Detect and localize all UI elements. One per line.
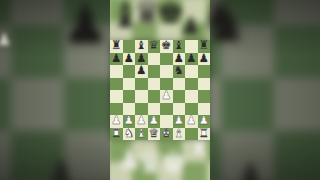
square-b6[interactable] — [123, 65, 136, 78]
square-h6[interactable] — [198, 65, 211, 78]
square-h1[interactable]: ♜ — [198, 128, 211, 141]
piece-e1-white-king: ♚ — [161, 127, 171, 139]
square-d8[interactable]: ♛ — [148, 40, 161, 53]
square-g4[interactable] — [185, 90, 198, 103]
square-b5[interactable] — [123, 78, 136, 91]
square-e3[interactable] — [160, 103, 173, 116]
square-b4[interactable] — [123, 90, 136, 103]
square-f4[interactable] — [173, 90, 186, 103]
piece-d1-white-queen: ♛ — [149, 127, 159, 139]
square-g1[interactable] — [185, 128, 198, 141]
square-c5[interactable] — [135, 78, 148, 91]
piece-a1-white-rook: ♜ — [111, 127, 121, 139]
square-e7[interactable] — [160, 53, 173, 66]
blurred-background-right — [210, 0, 320, 180]
blurred-checkerboard — [0, 0, 110, 180]
square-b7[interactable]: ♟ — [123, 53, 136, 66]
square-g5[interactable] — [185, 78, 198, 91]
piece-h7-black-pawn: ♟ — [199, 52, 209, 64]
piece-b1-white-knight: ♞ — [124, 127, 134, 139]
square-e1[interactable]: ♚ — [160, 128, 173, 141]
square-h5[interactable] — [198, 78, 211, 91]
square-c4[interactable] — [135, 90, 148, 103]
piece-b7-black-pawn: ♟ — [124, 52, 134, 64]
piece-g7-black-pawn: ♟ — [186, 52, 196, 64]
shorts-video-frame[interactable]: ♟♟♟♞♟♝♛♚♟♟♛♚♜ ♜♝♛♚♝♜♟♟♟♟♟♟♟♞♟♟♟♟♟♟♟♟♜♞♝♛… — [0, 0, 320, 180]
square-d6[interactable] — [148, 65, 161, 78]
square-g7[interactable]: ♟ — [185, 53, 198, 66]
chess-board: ♜♝♛♚♝♜♟♟♟♟♟♟♟♞♟♟♟♟♟♟♟♟♜♞♝♛♚♝♜ — [110, 40, 210, 140]
piece-c1-white-bishop: ♝ — [136, 127, 146, 139]
blurred-board-top — [110, 0, 210, 40]
square-h4[interactable] — [198, 90, 211, 103]
blurred-board-bottom — [110, 140, 210, 180]
piece-f6-black-knight: ♞ — [174, 65, 184, 77]
square-a1[interactable]: ♜ — [110, 128, 123, 141]
square-c1[interactable]: ♝ — [135, 128, 148, 141]
square-d1[interactable]: ♛ — [148, 128, 161, 141]
square-e4[interactable]: ♟ — [160, 90, 173, 103]
square-a4[interactable] — [110, 90, 123, 103]
square-b1[interactable]: ♞ — [123, 128, 136, 141]
piece-h1-white-rook: ♜ — [199, 127, 209, 139]
square-f1[interactable]: ♝ — [173, 128, 186, 141]
square-c6[interactable]: ♟ — [135, 65, 148, 78]
square-d4[interactable] — [148, 90, 161, 103]
square-g6[interactable] — [185, 65, 198, 78]
piece-e4-white-pawn: ♟ — [161, 90, 171, 102]
blurred-checkerboard — [210, 0, 320, 180]
square-a6[interactable] — [110, 65, 123, 78]
square-a5[interactable] — [110, 78, 123, 91]
square-e6[interactable] — [160, 65, 173, 78]
piece-a7-black-pawn: ♟ — [111, 52, 121, 64]
piece-e8-black-king: ♚ — [161, 40, 171, 52]
square-a7[interactable]: ♟ — [110, 53, 123, 66]
square-f5[interactable] — [173, 78, 186, 91]
piece-f1-white-bishop: ♝ — [174, 127, 184, 139]
square-g2[interactable]: ♟ — [185, 115, 198, 128]
square-d5[interactable] — [148, 78, 161, 91]
square-f6[interactable]: ♞ — [173, 65, 186, 78]
square-d7[interactable] — [148, 53, 161, 66]
blurred-background-left — [0, 0, 110, 180]
square-e8[interactable]: ♚ — [160, 40, 173, 53]
blurred-checkerboard — [110, 140, 210, 180]
square-h7[interactable]: ♟ — [198, 53, 211, 66]
blurred-checkerboard — [110, 0, 210, 40]
piece-d8-black-queen: ♛ — [149, 40, 159, 52]
piece-g2-white-pawn: ♟ — [186, 115, 196, 127]
piece-c6-black-pawn: ♟ — [136, 65, 146, 77]
